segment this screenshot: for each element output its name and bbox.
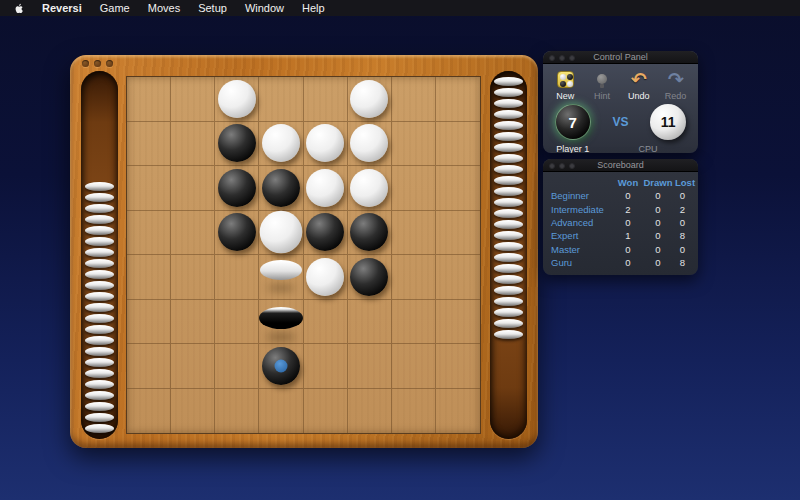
rack-disc-white (85, 336, 114, 345)
board-cell-6-3[interactable] (259, 344, 303, 389)
column-header-won: Won (615, 177, 641, 188)
board-cell-0-0[interactable] (127, 77, 171, 122)
board-cell-0-5[interactable] (348, 77, 392, 122)
close-button[interactable] (82, 60, 89, 67)
board-cell-0-6[interactable] (392, 77, 436, 122)
column-header-lost: Lost (675, 177, 695, 188)
board-cell-3-7[interactable] (436, 211, 480, 256)
scoreboard-row-guru: Guru008 (551, 256, 690, 269)
new-button[interactable]: New (548, 68, 582, 101)
board-cell-0-1[interactable] (171, 77, 215, 122)
black-count: 7 (569, 114, 577, 131)
undo-button[interactable]: ↶ Undo (622, 68, 656, 101)
board-cell-7-7[interactable] (436, 389, 480, 434)
right-disc-rack (490, 71, 527, 439)
board-cell-7-1[interactable] (171, 389, 215, 434)
board-cell-7-0[interactable] (127, 389, 171, 434)
white-disc (306, 258, 344, 296)
rack-disc-white (85, 391, 114, 400)
board-cell-3-6[interactable] (392, 211, 436, 256)
new-game-icon (557, 68, 574, 90)
hint-button[interactable]: Hint (585, 68, 619, 101)
rack-disc-white (494, 77, 523, 86)
rack-disc-white (494, 286, 523, 295)
control-panel-window: Control Panel New Hint ↶ Undo ↷ Redo 7 P… (543, 51, 698, 153)
board-cell-5-5[interactable] (348, 300, 392, 345)
column-header-drawn: Drawn (641, 177, 675, 188)
board-cell-1-3[interactable] (259, 122, 303, 167)
rack-disc-white (85, 369, 114, 378)
board-cell-4-1[interactable] (171, 255, 215, 300)
board-cell-6-5[interactable] (348, 344, 392, 389)
zoom-button[interactable] (569, 55, 575, 61)
black-disc (262, 169, 300, 207)
toolbar: New Hint ↶ Undo ↷ Redo (543, 64, 698, 101)
scoreboard-expert-won: 1 (615, 230, 641, 241)
scoreboard-guru-level: Guru (551, 257, 615, 268)
black-disc-last-move (262, 347, 300, 385)
board-cell-2-2[interactable] (215, 166, 259, 211)
board-cell-1-4[interactable] (304, 122, 348, 167)
control-panel-window-controls[interactable] (549, 55, 575, 61)
scoreboard-advanced-lost: 0 (675, 217, 690, 228)
zoom-button[interactable] (106, 60, 113, 67)
menu-item-setup[interactable]: Setup (189, 0, 236, 16)
score-row: 7 Player 1 VS 11 CPU (Advanced) (543, 104, 698, 153)
board-cell-3-2[interactable] (215, 211, 259, 256)
board-cell-4-5[interactable] (348, 255, 392, 300)
board-cell-4-7[interactable] (436, 255, 480, 300)
scoreboard-window-controls[interactable] (549, 163, 575, 169)
scoreboard-row-intermediate: Intermediate202 (551, 203, 690, 216)
rack-disc-white (494, 319, 523, 328)
scoreboard-intermediate-level: Intermediate (551, 204, 615, 215)
rack-disc-white (494, 198, 523, 207)
board-window-controls[interactable] (82, 60, 113, 67)
board-cell-0-7[interactable] (436, 77, 480, 122)
rack-disc-white (85, 215, 114, 224)
close-button[interactable] (549, 55, 555, 61)
scoreboard-expert-drawn: 0 (641, 230, 675, 241)
white-disc (350, 169, 388, 207)
rack-disc-white (494, 220, 523, 229)
scoreboard-master-level: Master (551, 244, 615, 255)
scoreboard-titlebar[interactable]: Scoreboard (543, 159, 698, 172)
rack-disc-white (85, 270, 114, 279)
rack-disc-white (494, 209, 523, 218)
scoreboard-beginner-level: Beginner (551, 190, 615, 201)
board-cell-3-5[interactable] (348, 211, 392, 256)
control-panel-title: Control Panel (593, 52, 648, 62)
board-cell-7-4[interactable] (304, 389, 348, 434)
board-cell-5-3[interactable] (259, 300, 303, 345)
black-score-disc: 7 (555, 104, 591, 140)
scoreboard-row-expert: Expert108 (551, 229, 690, 242)
rack-disc-white (85, 259, 114, 268)
board-cell-4-4[interactable] (304, 255, 348, 300)
rack-disc-white (85, 292, 114, 301)
menu-bar: Reversi Game Moves Setup Window Help (0, 0, 800, 16)
board-cell-5-6[interactable] (392, 300, 436, 345)
board-cell-7-6[interactable] (392, 389, 436, 434)
board-cell-4-6[interactable] (392, 255, 436, 300)
scoreboard-advanced-drawn: 0 (641, 217, 675, 228)
rack-disc-white (85, 380, 114, 389)
rack-disc-white (494, 121, 523, 130)
white-disc-flipping (260, 260, 302, 280)
board-cell-2-1[interactable] (171, 166, 215, 211)
board-cell-7-3[interactable] (259, 389, 303, 434)
rack-disc-white (494, 132, 523, 141)
board-cell-2-6[interactable] (392, 166, 436, 211)
board-cell-6-6[interactable] (392, 344, 436, 389)
rack-disc-white (85, 204, 114, 213)
menu-item-reversi[interactable]: Reversi (33, 0, 91, 16)
rack-disc-white (85, 325, 114, 334)
white-count: 11 (661, 114, 676, 130)
rack-disc-white (494, 275, 523, 284)
black-disc (350, 258, 388, 296)
rack-disc-white (85, 358, 114, 367)
scoreboard-expert-lost: 8 (675, 230, 690, 241)
redo-button[interactable]: ↷ Redo (659, 68, 693, 101)
rack-disc-white (494, 264, 523, 273)
close-button[interactable] (549, 163, 555, 169)
scoreboard-expert-level: Expert (551, 230, 615, 241)
hint-button-label: Hint (594, 91, 610, 101)
white-disc (262, 124, 300, 162)
rack-disc-white (85, 347, 114, 356)
board-cell-5-7[interactable] (436, 300, 480, 345)
control-panel-titlebar[interactable]: Control Panel (543, 51, 698, 64)
minimize-button[interactable] (559, 163, 565, 169)
vs-label: VS (612, 115, 628, 129)
rack-disc-white (494, 165, 523, 174)
board-cell-1-2[interactable] (215, 122, 259, 167)
rack-disc-white (85, 237, 114, 246)
board-cell-5-1[interactable] (171, 300, 215, 345)
zoom-button[interactable] (569, 163, 575, 169)
scoreboard-guru-drawn: 0 (641, 257, 675, 268)
board-window (70, 55, 538, 448)
board-cell-2-7[interactable] (436, 166, 480, 211)
rack-disc-white (494, 88, 523, 97)
scoreboard-table: Won Drawn Lost Beginner000Intermediate20… (543, 172, 698, 269)
left-disc-rack (81, 71, 118, 439)
rack-disc-white (494, 253, 523, 262)
rack-disc-white (85, 424, 114, 433)
rack-disc-white (494, 176, 523, 185)
board-cell-2-4[interactable] (304, 166, 348, 211)
black-disc-flipping (259, 307, 303, 329)
board-cell-6-2[interactable] (215, 344, 259, 389)
black-disc (218, 124, 256, 162)
board-cell-2-3[interactable] (259, 166, 303, 211)
scoreboard-master-won: 0 (615, 244, 641, 255)
redo-button-label: Redo (665, 91, 687, 101)
board-cell-3-1[interactable] (171, 211, 215, 256)
scoreboard-header-row: Won Drawn Lost (551, 176, 690, 189)
board-cell-1-7[interactable] (436, 122, 480, 167)
rack-disc-white (85, 182, 114, 191)
white-score-side: 11 CPU (Advanced) (639, 104, 698, 153)
board-cell-5-4[interactable] (304, 300, 348, 345)
scoreboard-beginner-lost: 0 (675, 190, 690, 201)
scoreboard-intermediate-won: 2 (615, 204, 641, 215)
scoreboard-intermediate-lost: 2 (675, 204, 690, 215)
white-disc (306, 169, 344, 207)
rack-disc-white (494, 330, 523, 339)
board-cell-1-6[interactable] (392, 122, 436, 167)
rack-disc-white (85, 413, 114, 422)
black-disc (218, 213, 256, 251)
black-disc (350, 213, 388, 251)
board-cell-3-4[interactable] (304, 211, 348, 256)
rack-disc-white (85, 314, 114, 323)
minimize-button[interactable] (94, 60, 101, 67)
lightbulb-icon (597, 68, 607, 90)
board-cell-2-5[interactable] (348, 166, 392, 211)
menu-item-help[interactable]: Help (293, 0, 334, 16)
board-cell-1-5[interactable] (348, 122, 392, 167)
rack-disc-white (85, 402, 114, 411)
menu-item-game[interactable]: Game (91, 0, 139, 16)
scoreboard-beginner-drawn: 0 (641, 190, 675, 201)
black-disc (218, 169, 256, 207)
rack-disc-white (494, 154, 523, 163)
rack-disc-white (494, 308, 523, 317)
rack-disc-white (85, 226, 114, 235)
scoreboard-row-master: Master000 (551, 242, 690, 255)
white-score-disc: 11 (650, 104, 686, 140)
menu-item-moves[interactable]: Moves (139, 0, 189, 16)
reversi-board (126, 76, 481, 434)
white-player-label: CPU (Advanced) (639, 144, 698, 153)
scoreboard-master-drawn: 0 (641, 244, 675, 255)
board-cell-5-2[interactable] (215, 300, 259, 345)
rack-disc-white (494, 297, 523, 306)
undo-arrow-icon: ↶ (631, 68, 647, 90)
black-score-side: 7 Player 1 (543, 104, 602, 153)
white-disc (350, 124, 388, 162)
white-disc (350, 80, 388, 118)
scoreboard-row-beginner: Beginner000 (551, 189, 690, 202)
rack-disc-white (85, 303, 114, 312)
board-cell-3-0[interactable] (127, 211, 171, 256)
board-cell-6-7[interactable] (436, 344, 480, 389)
scoreboard-guru-won: 0 (615, 257, 641, 268)
white-disc-flip-start (260, 211, 303, 254)
board-cell-7-2[interactable] (215, 389, 259, 434)
white-disc (218, 80, 256, 118)
scoreboard-window: Scoreboard Won Drawn Lost Beginner000Int… (543, 159, 698, 275)
scoreboard-guru-lost: 8 (675, 257, 690, 268)
scoreboard-advanced-level: Advanced (551, 217, 615, 228)
rack-disc-white (494, 110, 523, 119)
board-cell-0-4[interactable] (304, 77, 348, 122)
rack-disc-white (494, 242, 523, 251)
white-disc (306, 124, 344, 162)
rack-disc-white (494, 187, 523, 196)
board-cell-4-3[interactable] (259, 255, 303, 300)
scoreboard-title: Scoreboard (597, 160, 644, 170)
scoreboard-beginner-won: 0 (615, 190, 641, 201)
board-cell-4-0[interactable] (127, 255, 171, 300)
rack-disc-white (494, 231, 523, 240)
undo-button-label: Undo (628, 91, 650, 101)
rack-disc-white (85, 193, 114, 202)
menu-item-window[interactable]: Window (236, 0, 293, 16)
board-cell-2-0[interactable] (127, 166, 171, 211)
scoreboard-master-lost: 0 (675, 244, 690, 255)
board-cell-5-0[interactable] (127, 300, 171, 345)
black-disc (306, 213, 344, 251)
board-cell-1-1[interactable] (171, 122, 215, 167)
minimize-button[interactable] (559, 55, 565, 61)
scoreboard-advanced-won: 0 (615, 217, 641, 228)
new-button-label: New (556, 91, 574, 101)
black-player-label: Player 1 (556, 144, 589, 153)
board-cell-0-3[interactable] (259, 77, 303, 122)
board-cell-3-3[interactable] (259, 211, 303, 256)
board-cell-6-0[interactable] (127, 344, 171, 389)
board-cell-6-4[interactable] (304, 344, 348, 389)
board-cell-0-2[interactable] (215, 77, 259, 122)
rack-disc-white (85, 248, 114, 257)
board-cell-4-2[interactable] (215, 255, 259, 300)
scoreboard-row-advanced: Advanced000 (551, 216, 690, 229)
redo-arrow-icon: ↷ (668, 68, 684, 90)
rack-disc-white (494, 99, 523, 108)
apple-menu-icon[interactable] (13, 2, 25, 14)
board-cell-6-1[interactable] (171, 344, 215, 389)
rack-disc-white (85, 281, 114, 290)
scoreboard-intermediate-drawn: 0 (641, 204, 675, 215)
rack-disc-white (494, 143, 523, 152)
board-cell-1-0[interactable] (127, 122, 171, 167)
board-cell-7-5[interactable] (348, 389, 392, 434)
